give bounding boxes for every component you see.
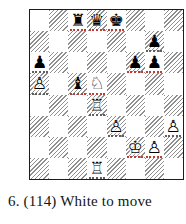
square-b2[interactable] bbox=[49, 137, 68, 158]
square-d8[interactable]: ♛ bbox=[87, 10, 106, 31]
square-d5[interactable]: ♘ bbox=[87, 73, 106, 94]
chess-board: ♜♛♚♟♟♟♟♙♝♘♖♙♙♔♙♖ bbox=[29, 9, 184, 180]
square-g6[interactable]: ♟ bbox=[145, 52, 164, 73]
square-b8[interactable] bbox=[49, 10, 68, 31]
square-a3[interactable] bbox=[30, 116, 49, 137]
piece-black-queen: ♛ bbox=[87, 10, 106, 31]
square-a7[interactable] bbox=[30, 31, 49, 52]
square-g5[interactable] bbox=[145, 73, 164, 94]
square-g1[interactable] bbox=[145, 158, 164, 179]
square-b4[interactable] bbox=[49, 95, 68, 116]
square-a1[interactable] bbox=[30, 158, 49, 179]
square-f2[interactable]: ♔ bbox=[126, 137, 145, 158]
square-b1[interactable] bbox=[49, 158, 68, 179]
square-g8[interactable] bbox=[145, 10, 164, 31]
square-c1[interactable] bbox=[68, 158, 87, 179]
square-f6[interactable]: ♟ bbox=[126, 52, 145, 73]
square-b5[interactable] bbox=[49, 73, 68, 94]
piece-black-pawn: ♟ bbox=[145, 52, 164, 73]
square-g4[interactable] bbox=[145, 95, 164, 116]
square-b6[interactable] bbox=[49, 52, 68, 73]
square-c3[interactable] bbox=[68, 116, 87, 137]
square-d1[interactable]: ♖ bbox=[87, 158, 106, 179]
square-h5[interactable] bbox=[164, 73, 183, 94]
piece-black-bishop: ♝ bbox=[68, 73, 87, 94]
square-g2[interactable]: ♙ bbox=[145, 137, 164, 158]
square-e2[interactable] bbox=[107, 137, 126, 158]
piece-black-pawn: ♟ bbox=[145, 31, 164, 52]
piece-black-rook: ♜ bbox=[68, 10, 87, 31]
square-a6[interactable]: ♟ bbox=[30, 52, 49, 73]
piece-black-pawn: ♟ bbox=[126, 52, 145, 73]
square-h4[interactable] bbox=[164, 95, 183, 116]
piece-white-king: ♔ bbox=[126, 137, 145, 158]
square-f4[interactable] bbox=[126, 95, 145, 116]
piece-white-rook: ♖ bbox=[87, 95, 106, 116]
square-e1[interactable] bbox=[107, 158, 126, 179]
square-h2[interactable] bbox=[164, 137, 183, 158]
piece-white-pawn: ♙ bbox=[145, 137, 164, 158]
square-d3[interactable] bbox=[87, 116, 106, 137]
piece-black-king: ♚ bbox=[107, 10, 126, 31]
square-e4[interactable] bbox=[107, 95, 126, 116]
square-a2[interactable] bbox=[30, 137, 49, 158]
square-b3[interactable] bbox=[49, 116, 68, 137]
square-a8[interactable] bbox=[30, 10, 49, 31]
square-h7[interactable] bbox=[164, 31, 183, 52]
piece-white-knight: ♘ bbox=[87, 73, 106, 94]
square-d2[interactable] bbox=[87, 137, 106, 158]
square-e7[interactable] bbox=[107, 31, 126, 52]
square-d4[interactable]: ♖ bbox=[87, 95, 106, 116]
square-c2[interactable] bbox=[68, 137, 87, 158]
square-e5[interactable] bbox=[107, 73, 126, 94]
square-h6[interactable] bbox=[164, 52, 183, 73]
square-g3[interactable] bbox=[145, 116, 164, 137]
square-e6[interactable] bbox=[107, 52, 126, 73]
square-c6[interactable] bbox=[68, 52, 87, 73]
square-h3[interactable]: ♙ bbox=[164, 116, 183, 137]
piece-white-pawn: ♙ bbox=[107, 116, 126, 137]
square-g7[interactable]: ♟ bbox=[145, 31, 164, 52]
diagram-caption: 6. (114) White to move bbox=[8, 193, 152, 210]
square-b7[interactable] bbox=[49, 31, 68, 52]
square-a4[interactable] bbox=[30, 95, 49, 116]
square-c7[interactable] bbox=[68, 31, 87, 52]
square-f1[interactable] bbox=[126, 158, 145, 179]
square-e8[interactable]: ♚ bbox=[107, 10, 126, 31]
piece-black-pawn: ♟ bbox=[30, 52, 49, 73]
square-d7[interactable] bbox=[87, 31, 106, 52]
piece-white-pawn: ♙ bbox=[30, 73, 49, 94]
square-f7[interactable] bbox=[126, 31, 145, 52]
square-f3[interactable] bbox=[126, 116, 145, 137]
spellcheck-underline bbox=[89, 177, 105, 179]
square-c5[interactable]: ♝ bbox=[68, 73, 87, 94]
square-h1[interactable] bbox=[164, 158, 183, 179]
square-e3[interactable]: ♙ bbox=[107, 116, 126, 137]
piece-white-pawn: ♙ bbox=[164, 116, 183, 137]
square-a5[interactable]: ♙ bbox=[30, 73, 49, 94]
square-d6[interactable] bbox=[87, 52, 106, 73]
square-c4[interactable] bbox=[68, 95, 87, 116]
piece-white-rook: ♖ bbox=[87, 158, 106, 179]
square-c8[interactable]: ♜ bbox=[68, 10, 87, 31]
square-f8[interactable] bbox=[126, 10, 145, 31]
square-h8[interactable] bbox=[164, 10, 183, 31]
square-f5[interactable] bbox=[126, 73, 145, 94]
